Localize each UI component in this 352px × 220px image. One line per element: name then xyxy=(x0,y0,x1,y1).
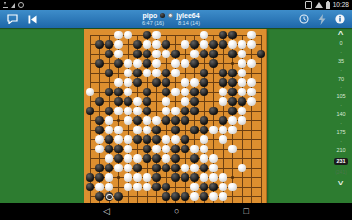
last-move-marker xyxy=(106,194,113,201)
white-stone xyxy=(181,40,190,49)
move-slider-tick[interactable]: 35 xyxy=(338,59,344,64)
move-slider-dot: · xyxy=(340,140,342,143)
white-stone xyxy=(124,154,133,163)
white-stone xyxy=(171,59,180,68)
black-stone xyxy=(181,192,190,201)
white-stone xyxy=(133,154,142,163)
white-stone xyxy=(133,183,142,192)
black-stone xyxy=(114,145,123,154)
white-stone xyxy=(190,145,199,154)
white-stone xyxy=(162,154,171,163)
black-stone xyxy=(152,164,161,173)
white-stone xyxy=(181,97,190,106)
black-stone xyxy=(152,78,161,87)
black-stone xyxy=(190,126,199,135)
black-stone xyxy=(162,192,171,201)
black-stone xyxy=(133,69,142,78)
black-stone xyxy=(228,31,237,40)
white-stone xyxy=(181,78,190,87)
black-stone xyxy=(190,40,199,49)
black-stone xyxy=(219,116,228,125)
move-slider-dot: · xyxy=(340,122,342,125)
history-clock-icon[interactable] xyxy=(299,14,309,24)
player-names: pipo jylee64 xyxy=(60,12,282,19)
star-point xyxy=(117,119,120,122)
black-stone xyxy=(133,135,142,144)
status-notification-icons xyxy=(3,2,24,8)
black-stone xyxy=(171,126,180,135)
black-stone-icon xyxy=(160,13,165,18)
clock-time: 10:28 xyxy=(333,0,349,10)
white-stone xyxy=(133,173,142,182)
black-stone xyxy=(114,97,123,106)
current-move-number[interactable]: 231 xyxy=(334,158,347,166)
white-stone xyxy=(228,145,237,154)
white-stone xyxy=(152,59,161,68)
black-stone xyxy=(228,88,237,97)
black-stone xyxy=(228,50,237,59)
white-stone xyxy=(143,173,152,182)
white-stone xyxy=(171,69,180,78)
white-stone xyxy=(124,78,133,87)
white-stone xyxy=(238,78,247,87)
black-stone xyxy=(143,59,152,68)
white-stone xyxy=(114,50,123,59)
white-stone xyxy=(209,154,218,163)
black-stone xyxy=(200,78,209,87)
skip-to-start-icon[interactable] xyxy=(28,15,37,24)
white-stone xyxy=(105,173,114,182)
white-stone xyxy=(209,164,218,173)
white-stone xyxy=(95,135,104,144)
black-stone xyxy=(95,164,104,173)
white-stone xyxy=(114,40,123,49)
move-slider-tick[interactable]: 210 xyxy=(336,148,345,153)
black-stone xyxy=(133,164,142,173)
black-stone xyxy=(114,88,123,97)
move-slider-tick[interactable]: 0 xyxy=(339,41,342,46)
black-stone xyxy=(133,78,142,87)
battery-icon xyxy=(326,2,330,9)
black-stone xyxy=(133,116,142,125)
move-number-slider[interactable]: ∧0·35·70·105·140·175·210231(241)∨ xyxy=(331,30,351,186)
white-stone xyxy=(124,116,133,125)
white-stone xyxy=(200,40,209,49)
white-stone xyxy=(124,135,133,144)
star-point xyxy=(231,62,234,65)
settings-icon xyxy=(18,2,24,8)
chevron-down-icon[interactable]: ∨ xyxy=(337,180,345,186)
black-stone xyxy=(152,173,161,182)
go-app-screen: 10:28 pipo jylee64 xyxy=(0,0,352,220)
white-stone xyxy=(114,107,123,116)
star-point xyxy=(117,176,120,179)
white-stone xyxy=(114,31,123,40)
white-stone xyxy=(124,173,133,182)
white-stone xyxy=(190,78,199,87)
white-stone xyxy=(247,78,256,87)
white-stone xyxy=(190,164,199,173)
black-stone xyxy=(200,116,209,125)
white-stone xyxy=(238,59,247,68)
screen-rotation-icon xyxy=(305,1,312,9)
chevron-up-icon[interactable]: ∧ xyxy=(337,30,345,36)
black-stone xyxy=(219,40,228,49)
black-stone xyxy=(124,97,133,106)
black-stone xyxy=(228,97,237,106)
white-stone xyxy=(247,40,256,49)
last-move-stone xyxy=(105,192,114,201)
black-stone xyxy=(209,40,218,49)
black-stone xyxy=(143,97,152,106)
black-stone xyxy=(143,135,152,144)
black-stone xyxy=(95,59,104,68)
black-stone xyxy=(209,50,218,59)
info-icon[interactable] xyxy=(335,14,345,24)
white-stone xyxy=(190,50,199,59)
black-clock: 6:47 (16) xyxy=(142,21,164,27)
lightning-icon[interactable] xyxy=(318,14,326,25)
status-system-icons: 10:28 xyxy=(305,0,349,10)
white-stone xyxy=(209,173,218,182)
white-stone xyxy=(171,135,180,144)
white-stone xyxy=(219,135,228,144)
white-stone xyxy=(152,31,161,40)
black-stone xyxy=(114,59,123,68)
white-stone xyxy=(152,69,161,78)
black-stone xyxy=(228,69,237,78)
white-stone xyxy=(162,135,171,144)
black-stone xyxy=(95,97,104,106)
white-stone xyxy=(152,50,161,59)
white-stone xyxy=(152,145,161,154)
black-stone xyxy=(152,183,161,192)
move-slider-tick[interactable]: 175 xyxy=(336,130,345,135)
black-stone xyxy=(171,116,180,125)
black-stone xyxy=(133,40,142,49)
black-stone xyxy=(162,116,171,125)
black-stone xyxy=(95,40,104,49)
black-stone xyxy=(200,192,209,201)
black-stone xyxy=(171,145,180,154)
android-nav-bar: ◁ ○ □ xyxy=(0,203,352,220)
move-slider-tick[interactable]: 140 xyxy=(336,112,345,117)
black-stone xyxy=(162,78,171,87)
white-stone xyxy=(95,145,104,154)
white-stone xyxy=(133,97,142,106)
white-stone xyxy=(124,59,133,68)
white-stone xyxy=(171,107,180,116)
player-clocks: 6:47 (16) 8:14 (14) xyxy=(60,21,282,27)
black-stone xyxy=(171,192,180,201)
white-stone xyxy=(238,116,247,125)
white-stone xyxy=(228,116,237,125)
white-stone xyxy=(190,192,199,201)
white-stone xyxy=(133,126,142,135)
app-bar: pipo jylee64 6:47 (16) 8:14 (14) xyxy=(0,10,352,28)
chat-icon[interactable] xyxy=(7,14,18,24)
black-stone xyxy=(219,78,228,87)
white-stone xyxy=(95,183,104,192)
white-stone xyxy=(228,126,237,135)
move-slider-tick[interactable]: 70 xyxy=(338,77,344,82)
white-stone xyxy=(219,173,228,182)
black-stone xyxy=(162,40,171,49)
black-stone xyxy=(86,173,95,182)
white-stone xyxy=(190,183,199,192)
black-stone xyxy=(209,59,218,68)
white-stone xyxy=(219,192,228,201)
white-stone xyxy=(181,59,190,68)
white-stone xyxy=(209,192,218,201)
white-clock: 8:14 (14) xyxy=(178,21,200,27)
black-player-name: pipo xyxy=(142,12,157,19)
black-stone xyxy=(190,97,199,106)
go-board[interactable] xyxy=(84,29,267,209)
white-stone xyxy=(247,31,256,40)
status-bar: 10:28 xyxy=(0,0,352,10)
black-stone xyxy=(181,135,190,144)
home-button[interactable]: ○ xyxy=(174,203,179,220)
black-stone xyxy=(95,126,104,135)
black-stone xyxy=(152,154,161,163)
white-stone xyxy=(171,88,180,97)
black-stone xyxy=(95,116,104,125)
black-stone xyxy=(133,50,142,59)
star-point xyxy=(231,176,234,179)
white-stone xyxy=(152,116,161,125)
white-stone xyxy=(143,40,152,49)
black-stone xyxy=(238,97,247,106)
white-stone xyxy=(228,40,237,49)
white-stone-icon xyxy=(168,13,173,18)
black-stone xyxy=(171,50,180,59)
black-stone xyxy=(95,192,104,201)
black-stone xyxy=(114,154,123,163)
white-stone xyxy=(200,135,209,144)
white-stone xyxy=(238,40,247,49)
white-stone xyxy=(209,126,218,135)
black-stone xyxy=(143,154,152,163)
back-button[interactable]: ◁ xyxy=(103,203,110,220)
white-stone xyxy=(105,116,114,125)
black-stone xyxy=(181,116,190,125)
app-bar-left xyxy=(0,14,60,24)
move-slider-tick[interactable]: 105 xyxy=(336,94,345,99)
app-bar-right xyxy=(282,14,352,25)
white-stone xyxy=(247,97,256,106)
white-stone xyxy=(247,59,256,68)
black-stone xyxy=(190,154,199,163)
white-stone xyxy=(133,59,142,68)
black-stone xyxy=(171,164,180,173)
black-stone xyxy=(190,173,199,182)
white-stone xyxy=(105,154,114,163)
white-stone xyxy=(247,88,256,97)
wifi-icon xyxy=(315,2,323,8)
total-moves-label: (241) xyxy=(335,170,347,175)
white-stone xyxy=(152,40,161,49)
black-stone xyxy=(190,88,199,97)
white-stone xyxy=(143,116,152,125)
white-stone xyxy=(219,97,228,106)
black-stone xyxy=(152,135,161,144)
black-stone xyxy=(209,183,218,192)
download-icon xyxy=(3,2,8,8)
black-stone xyxy=(105,135,114,144)
white-stone xyxy=(200,173,209,182)
black-stone xyxy=(152,126,161,135)
game-header: pipo jylee64 6:47 (16) 8:14 (14) xyxy=(60,12,282,26)
white-stone xyxy=(114,135,123,144)
move-slider-dot: · xyxy=(340,69,342,72)
black-stone xyxy=(171,173,180,182)
black-stone xyxy=(114,192,123,201)
white-stone xyxy=(114,164,123,173)
black-stone xyxy=(171,154,180,163)
signal-icon xyxy=(11,3,15,8)
black-stone xyxy=(228,78,237,87)
black-stone xyxy=(190,59,199,68)
white-stone xyxy=(133,107,142,116)
black-stone xyxy=(190,107,199,116)
white-stone xyxy=(114,126,123,135)
move-slider-dot: · xyxy=(340,51,342,54)
recents-button[interactable]: □ xyxy=(243,203,248,220)
black-stone xyxy=(105,40,114,49)
move-slider-dot: · xyxy=(340,104,342,107)
black-stone xyxy=(181,173,190,182)
white-stone xyxy=(200,154,209,163)
black-stone xyxy=(257,50,266,59)
white-stone xyxy=(162,97,171,106)
move-slider-dot: · xyxy=(340,86,342,89)
white-stone xyxy=(114,78,123,87)
black-stone xyxy=(209,107,218,116)
black-stone xyxy=(228,107,237,116)
white-stone xyxy=(228,183,237,192)
black-stone xyxy=(95,173,104,182)
white-player-name: jylee64 xyxy=(176,12,199,19)
